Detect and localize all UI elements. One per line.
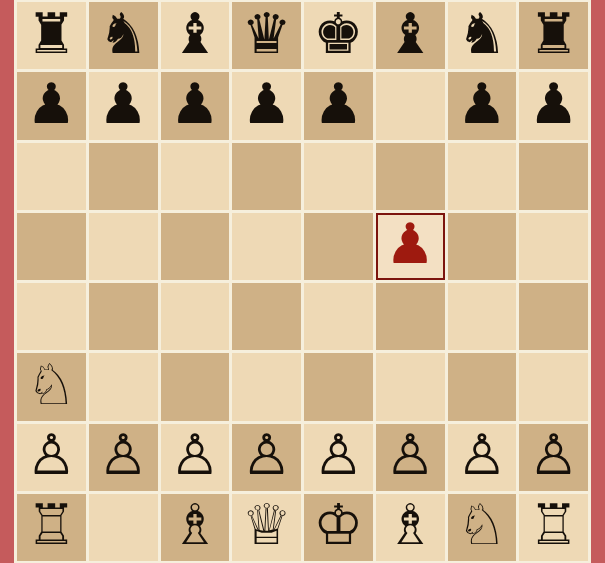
square-b8[interactable]: ♞ xyxy=(89,2,158,69)
chess-app-page: ♜♞♝♛♚♝♞♜♟♟♟♟♟♟♟♟♘♙♙♙♙♙♙♙♙♖♗♕♔♗♘♖ xyxy=(0,0,605,563)
white-pawn-on-b2: ♙ xyxy=(98,427,148,483)
square-b2[interactable]: ♙ xyxy=(89,424,158,491)
square-c4[interactable] xyxy=(161,283,230,350)
black-knight-on-b8: ♞ xyxy=(98,6,148,62)
square-a1[interactable]: ♖ xyxy=(17,494,86,561)
square-d2[interactable]: ♙ xyxy=(232,424,301,491)
square-c7[interactable]: ♟ xyxy=(161,72,230,139)
square-c1[interactable]: ♗ xyxy=(161,494,230,561)
square-g6[interactable] xyxy=(448,143,517,210)
square-g7[interactable]: ♟ xyxy=(448,72,517,139)
square-f7[interactable] xyxy=(376,72,445,139)
square-a7[interactable]: ♟ xyxy=(17,72,86,139)
white-pawn-on-a2: ♙ xyxy=(26,427,76,483)
square-e8[interactable]: ♚ xyxy=(304,2,373,69)
square-g5[interactable] xyxy=(448,213,517,280)
square-b1[interactable] xyxy=(89,494,158,561)
square-a5[interactable] xyxy=(17,213,86,280)
square-b6[interactable] xyxy=(89,143,158,210)
square-e5[interactable] xyxy=(304,213,373,280)
square-a6[interactable] xyxy=(17,143,86,210)
square-a2[interactable]: ♙ xyxy=(17,424,86,491)
square-d8[interactable]: ♛ xyxy=(232,2,301,69)
chess-board: ♜♞♝♛♚♝♞♜♟♟♟♟♟♟♟♟♘♙♙♙♙♙♙♙♙♖♗♕♔♗♘♖ xyxy=(17,2,588,561)
square-f4[interactable] xyxy=(376,283,445,350)
square-h8[interactable]: ♜ xyxy=(519,2,588,69)
black-pawn-on-d7: ♟ xyxy=(242,76,292,132)
square-f1[interactable]: ♗ xyxy=(376,494,445,561)
white-queen-on-d1: ♕ xyxy=(242,497,292,553)
black-pawn-on-a7: ♟ xyxy=(26,76,76,132)
square-b7[interactable]: ♟ xyxy=(89,72,158,139)
square-h6[interactable] xyxy=(519,143,588,210)
square-g2[interactable]: ♙ xyxy=(448,424,517,491)
white-pawn-on-c2: ♙ xyxy=(170,427,220,483)
square-b3[interactable] xyxy=(89,353,158,420)
square-f3[interactable] xyxy=(376,353,445,420)
square-e3[interactable] xyxy=(304,353,373,420)
black-pawn-on-h7: ♟ xyxy=(529,76,579,132)
white-pawn-on-e2: ♙ xyxy=(313,427,363,483)
square-d6[interactable] xyxy=(232,143,301,210)
chess-board-frame: ♜♞♝♛♚♝♞♜♟♟♟♟♟♟♟♟♘♙♙♙♙♙♙♙♙♖♗♕♔♗♘♖ xyxy=(14,0,591,563)
square-c3[interactable] xyxy=(161,353,230,420)
black-rook-on-h8: ♜ xyxy=(529,6,579,62)
black-king-on-e8: ♚ xyxy=(313,6,363,62)
black-pawn-on-b7: ♟ xyxy=(98,76,148,132)
square-g1[interactable]: ♘ xyxy=(448,494,517,561)
white-pawn-on-g2: ♙ xyxy=(457,427,507,483)
square-d3[interactable] xyxy=(232,353,301,420)
black-pawn-on-e7: ♟ xyxy=(313,76,363,132)
square-h3[interactable] xyxy=(519,353,588,420)
square-c2[interactable]: ♙ xyxy=(161,424,230,491)
square-h2[interactable]: ♙ xyxy=(519,424,588,491)
white-bishop-on-f1: ♗ xyxy=(385,497,435,553)
black-rook-on-a8: ♜ xyxy=(26,6,76,62)
square-h5[interactable] xyxy=(519,213,588,280)
square-g3[interactable] xyxy=(448,353,517,420)
white-rook-on-a1: ♖ xyxy=(26,497,76,553)
square-f6[interactable] xyxy=(376,143,445,210)
square-e1[interactable]: ♔ xyxy=(304,494,373,561)
square-a4[interactable] xyxy=(17,283,86,350)
white-bishop-on-c1: ♗ xyxy=(170,497,220,553)
square-f5-lastmove-highlight[interactable]: ♟ xyxy=(376,213,445,280)
black-knight-on-g8: ♞ xyxy=(457,6,507,62)
white-knight-on-a3: ♘ xyxy=(26,357,76,413)
white-knight-on-g1: ♘ xyxy=(457,497,507,553)
square-e7[interactable]: ♟ xyxy=(304,72,373,139)
square-c5[interactable] xyxy=(161,213,230,280)
square-h7[interactable]: ♟ xyxy=(519,72,588,139)
square-a8[interactable]: ♜ xyxy=(17,2,86,69)
black-bishop-on-c8: ♝ xyxy=(170,6,220,62)
square-e6[interactable] xyxy=(304,143,373,210)
black-pawn-on-c7: ♟ xyxy=(170,76,220,132)
white-king-on-e1: ♔ xyxy=(313,497,363,553)
square-e2[interactable]: ♙ xyxy=(304,424,373,491)
square-d5[interactable] xyxy=(232,213,301,280)
black-bishop-on-f8: ♝ xyxy=(385,6,435,62)
white-pawn-on-d2: ♙ xyxy=(242,427,292,483)
square-g8[interactable]: ♞ xyxy=(448,2,517,69)
square-d4[interactable] xyxy=(232,283,301,350)
black-pawn-on-f5: ♟ xyxy=(385,216,435,272)
square-b5[interactable] xyxy=(89,213,158,280)
square-h4[interactable] xyxy=(519,283,588,350)
square-d7[interactable]: ♟ xyxy=(232,72,301,139)
square-f2[interactable]: ♙ xyxy=(376,424,445,491)
square-f8[interactable]: ♝ xyxy=(376,2,445,69)
white-rook-on-h1: ♖ xyxy=(529,497,579,553)
square-d1[interactable]: ♕ xyxy=(232,494,301,561)
black-queen-on-d8: ♛ xyxy=(242,6,292,62)
square-c6[interactable] xyxy=(161,143,230,210)
square-g4[interactable] xyxy=(448,283,517,350)
white-pawn-on-f2: ♙ xyxy=(385,427,435,483)
square-c8[interactable]: ♝ xyxy=(161,2,230,69)
white-pawn-on-h2: ♙ xyxy=(529,427,579,483)
square-h1[interactable]: ♖ xyxy=(519,494,588,561)
square-e4[interactable] xyxy=(304,283,373,350)
square-b4[interactable] xyxy=(89,283,158,350)
black-pawn-on-g7: ♟ xyxy=(457,76,507,132)
square-a3[interactable]: ♘ xyxy=(17,353,86,420)
